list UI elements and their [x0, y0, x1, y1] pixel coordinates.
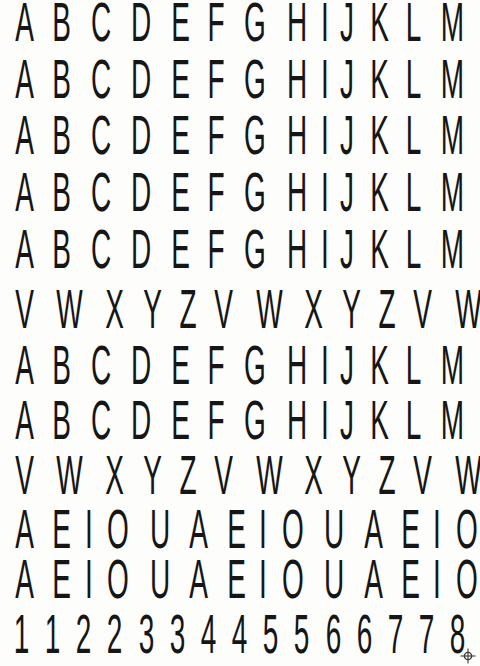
letter-glyph: M: [441, 57, 464, 101]
letter-cell: D: [121, 113, 161, 157]
letter-glyph: F: [208, 113, 225, 157]
letter-glyph: I: [433, 557, 441, 601]
letter-cell: A: [6, 57, 43, 101]
letter-glyph: I: [259, 507, 267, 551]
letter-glyph: I: [321, 398, 329, 442]
letter-glyph: E: [171, 170, 190, 214]
letter-cell: F: [199, 57, 233, 101]
letter-cell: X: [295, 287, 332, 331]
letter-cell: B: [43, 0, 80, 44]
letter-cell: I: [255, 557, 271, 601]
letter-glyph: G: [244, 343, 266, 387]
letter-cell: E: [162, 227, 199, 271]
letter-cell: E: [43, 557, 80, 601]
letter-cell: X: [96, 453, 133, 497]
letter-cell: D: [121, 227, 161, 271]
letter-glyph: M: [441, 227, 464, 271]
letter-glyph: B: [53, 398, 72, 442]
letter-glyph: X: [106, 453, 125, 497]
letter-glyph: E: [227, 557, 246, 601]
letter-glyph: I: [321, 0, 329, 44]
letter-glyph: M: [441, 343, 464, 387]
letter-glyph: 5: [294, 612, 310, 656]
letter-cell: A: [6, 398, 43, 442]
letter-glyph: A: [15, 57, 34, 101]
letter-glyph: G: [244, 227, 266, 271]
letter-cell: V: [404, 453, 441, 497]
letter-glyph: K: [370, 227, 389, 271]
letter-glyph: O: [456, 557, 478, 601]
letter-glyph: A: [364, 557, 383, 601]
letter-glyph: D: [131, 170, 151, 214]
letter-glyph: 7: [388, 612, 404, 656]
letter-glyph: O: [281, 557, 303, 601]
letter-cell: O: [445, 557, 480, 601]
letter-cell: A: [180, 507, 217, 551]
letter-glyph: D: [131, 57, 151, 101]
letter-cell: D: [121, 398, 161, 442]
letter-glyph: O: [107, 557, 129, 601]
letter-glyph: W: [455, 453, 480, 497]
letter-glyph: L: [406, 113, 422, 157]
letter-glyph: J: [340, 227, 354, 271]
letter-glyph: A: [15, 113, 34, 157]
letter-cell: J: [333, 170, 361, 214]
letter-cell: W: [442, 287, 480, 331]
letter-glyph: A: [190, 507, 209, 551]
letter-glyph: E: [171, 227, 190, 271]
letter-cell: V: [205, 453, 242, 497]
letter-cell: 4: [224, 612, 255, 656]
letter-cell: C: [81, 57, 121, 101]
letter-cell: L: [398, 343, 429, 387]
letter-cell: G: [233, 398, 277, 442]
letter-row-6: VWXYZVWXYZVWXYZVWYYY: [6, 287, 474, 331]
letter-cell: G: [233, 0, 277, 44]
letter-glyph: I: [85, 557, 93, 601]
letter-cell: M: [429, 0, 476, 44]
letter-glyph: V: [214, 453, 233, 497]
letter-glyph: K: [370, 57, 389, 101]
letter-glyph: H: [287, 398, 307, 442]
letter-row-11: AEIOUAEIOUAEIOUAEIOAEIOA: [6, 557, 474, 601]
letter-cell: L: [398, 398, 429, 442]
letter-cell: X: [96, 287, 133, 331]
letter-cell: C: [81, 170, 121, 214]
letter-glyph: F: [208, 57, 225, 101]
letter-cell: O: [445, 507, 480, 551]
letter-glyph: D: [131, 398, 151, 442]
letter-cell: E: [162, 170, 199, 214]
letter-glyph: A: [15, 557, 34, 601]
letter-glyph: Y: [143, 453, 162, 497]
letter-cell: A: [355, 507, 392, 551]
letter-cell: V: [205, 287, 242, 331]
letter-cell: O: [271, 557, 315, 601]
letter-glyph: U: [324, 557, 344, 601]
letter-cell: C: [81, 343, 121, 387]
letter-cell: B: [43, 398, 80, 442]
letter-cell: D: [121, 57, 161, 101]
letter-cell: H: [277, 0, 317, 44]
letter-glyph: E: [401, 507, 420, 551]
letter-row-1: ABCDEFGHIJKLMNÑOPQRSTU: [6, 0, 474, 44]
letter-glyph: 6: [357, 612, 373, 656]
letter-glyph: B: [53, 343, 72, 387]
letter-glyph: K: [370, 113, 389, 157]
letter-glyph: A: [15, 398, 34, 442]
letter-cell: J: [333, 113, 361, 157]
letter-cell: F: [199, 170, 233, 214]
letter-cell: H: [277, 343, 317, 387]
letter-row-12: 11223344556677889800//--: [6, 612, 474, 656]
letter-glyph: C: [91, 0, 111, 44]
letter-cell: J: [333, 227, 361, 271]
letter-cell: L: [398, 0, 429, 44]
letter-glyph: B: [53, 0, 72, 44]
letter-cell: 4: [193, 612, 224, 656]
letter-cell: M: [429, 227, 476, 271]
letter-cell: 6: [318, 612, 349, 656]
letter-cell: D: [121, 343, 161, 387]
letter-glyph: D: [131, 227, 151, 271]
letter-glyph: I: [321, 343, 329, 387]
letter-cell: Z: [370, 287, 404, 331]
letter-glyph: F: [208, 170, 225, 214]
letter-cell: G: [233, 57, 277, 101]
letter-cell: I: [255, 507, 271, 551]
letter-cell: C: [81, 398, 121, 442]
letter-cell: I: [81, 557, 97, 601]
letter-cell: V: [6, 287, 43, 331]
letter-glyph: 1: [45, 612, 61, 656]
letter-cell: A: [6, 0, 43, 44]
letter-glyph: V: [15, 453, 34, 497]
letter-cell: B: [43, 170, 80, 214]
letter-cell: W: [43, 453, 96, 497]
letter-glyph: X: [106, 287, 125, 331]
letter-glyph: K: [370, 343, 389, 387]
letter-cell: I: [429, 507, 445, 551]
letter-cell: L: [398, 113, 429, 157]
letter-row-5: ABCDEFGHIJKLMNÑOPQRSTU: [6, 227, 474, 271]
letter-cell: H: [277, 227, 317, 271]
letter-glyph: Z: [179, 287, 196, 331]
letter-glyph: M: [441, 170, 464, 214]
letter-cell: A: [6, 113, 43, 157]
letter-cell: I: [317, 57, 333, 101]
letter-cell: A: [180, 557, 217, 601]
letter-glyph: U: [324, 507, 344, 551]
letter-cell: 1: [6, 612, 37, 656]
letter-cell: Z: [171, 453, 205, 497]
letter-cell: W: [442, 453, 480, 497]
letter-glyph: B: [53, 113, 72, 157]
letter-cell: W: [243, 287, 296, 331]
letter-glyph: L: [406, 343, 422, 387]
letter-glyph: D: [131, 0, 151, 44]
letter-cell: O: [96, 507, 140, 551]
letter-glyph: D: [131, 343, 151, 387]
letter-cell: M: [429, 343, 476, 387]
letter-cell: A: [6, 170, 43, 214]
letter-glyph: C: [91, 113, 111, 157]
letter-glyph: A: [364, 507, 383, 551]
letter-glyph: E: [401, 557, 420, 601]
letter-cell: B: [43, 227, 80, 271]
letter-cell: E: [218, 557, 255, 601]
letter-glyph: A: [15, 507, 34, 551]
letter-cell: J: [333, 343, 361, 387]
letter-cell: Y: [333, 287, 370, 331]
letter-cell: U: [314, 557, 354, 601]
letter-cell: 6: [349, 612, 380, 656]
letter-cell: I: [317, 398, 333, 442]
letter-glyph: 6: [325, 612, 341, 656]
letter-cell: 5: [286, 612, 317, 656]
letter-cell: A: [355, 557, 392, 601]
letter-glyph: K: [370, 0, 389, 44]
letter-glyph: L: [406, 57, 422, 101]
letter-row-9: VWXYZVWXYZVWXYZVWYYY: [6, 453, 474, 497]
letter-cell: E: [162, 57, 199, 101]
letter-glyph: 4: [201, 612, 217, 656]
letter-cell: 7: [380, 612, 411, 656]
letter-cell: Z: [171, 287, 205, 331]
letter-glyph: J: [340, 57, 354, 101]
letter-row-7: ABCDEFGHIJKLMNÑOPQRSTU: [6, 343, 474, 387]
letter-row-4: ABCDEFGHIJKLMNÑOPQRSTU: [6, 170, 474, 214]
letter-cell: N: [476, 170, 480, 214]
letter-cell: L: [398, 227, 429, 271]
letter-cell: F: [199, 398, 233, 442]
letter-glyph: M: [441, 113, 464, 157]
letter-glyph: K: [370, 170, 389, 214]
letter-cell: 2: [68, 612, 99, 656]
letter-cell: N: [476, 343, 480, 387]
letter-cell: F: [199, 343, 233, 387]
letter-cell: C: [81, 0, 121, 44]
letter-cell: Y: [333, 453, 370, 497]
letter-cell: X: [295, 453, 332, 497]
letter-glyph: B: [53, 170, 72, 214]
letter-cell: E: [162, 113, 199, 157]
letter-glyph: X: [305, 453, 324, 497]
letter-glyph: 3: [138, 612, 154, 656]
letter-glyph: G: [244, 113, 266, 157]
letter-glyph: 2: [76, 612, 92, 656]
letter-cell: 7: [411, 612, 442, 656]
letter-glyph: W: [256, 453, 282, 497]
letter-glyph: L: [406, 170, 422, 214]
letter-cell: H: [277, 113, 317, 157]
letter-glyph: B: [53, 57, 72, 101]
letter-glyph: J: [340, 170, 354, 214]
letter-glyph: E: [227, 507, 246, 551]
letter-cell: J: [333, 57, 361, 101]
letter-glyph: A: [15, 227, 34, 271]
letter-glyph: Y: [143, 287, 162, 331]
letter-cell: M: [429, 57, 476, 101]
letter-glyph: H: [287, 57, 307, 101]
letter-glyph: H: [287, 170, 307, 214]
letter-cell: I: [317, 170, 333, 214]
letter-cell: J: [333, 398, 361, 442]
letter-glyph: Z: [379, 287, 396, 331]
letter-sheet: ABCDEFGHIJKLMNÑOPQRSTUABCDEFGHIJKLMNÑOPQ…: [0, 0, 480, 666]
letter-glyph: I: [321, 113, 329, 157]
letter-glyph: W: [57, 453, 83, 497]
letter-cell: N: [476, 113, 480, 157]
letter-glyph: G: [244, 57, 266, 101]
letter-glyph: X: [305, 287, 324, 331]
letter-glyph: V: [214, 287, 233, 331]
letter-cell: K: [361, 170, 398, 214]
letter-glyph: G: [244, 170, 266, 214]
letter-cell: N: [476, 57, 480, 101]
letter-glyph: E: [171, 0, 190, 44]
letter-cell: 3: [162, 612, 193, 656]
letter-cell: B: [43, 57, 80, 101]
letter-cell: 1: [37, 612, 68, 656]
letter-glyph: I: [433, 507, 441, 551]
letter-cell: L: [398, 170, 429, 214]
letter-cell: I: [81, 507, 97, 551]
letter-glyph: H: [287, 113, 307, 157]
letter-glyph: A: [190, 557, 209, 601]
letter-glyph: V: [414, 287, 433, 331]
letter-glyph: A: [15, 170, 34, 214]
letter-cell: M: [429, 170, 476, 214]
letter-glyph: D: [131, 113, 151, 157]
letter-glyph: W: [455, 287, 480, 331]
letter-cell: E: [162, 343, 199, 387]
letter-cell: A: [6, 343, 43, 387]
letter-cell: O: [271, 507, 315, 551]
letter-cell: A: [6, 557, 43, 601]
letter-glyph: H: [287, 343, 307, 387]
letter-glyph: I: [259, 557, 267, 601]
letter-cell: 8: [473, 612, 480, 656]
letter-cell: G: [233, 227, 277, 271]
letter-glyph: H: [287, 227, 307, 271]
letter-glyph: O: [107, 507, 129, 551]
letter-glyph: F: [208, 398, 225, 442]
letter-glyph: F: [208, 227, 225, 271]
letter-glyph: J: [340, 113, 354, 157]
letter-glyph: 4: [232, 612, 248, 656]
letter-cell: A: [6, 227, 43, 271]
letter-cell: H: [277, 57, 317, 101]
letter-cell: N: [476, 227, 480, 271]
letter-cell: K: [361, 57, 398, 101]
letter-cell: K: [361, 398, 398, 442]
letter-glyph: C: [91, 398, 111, 442]
letter-glyph: C: [91, 343, 111, 387]
letter-glyph: I: [85, 507, 93, 551]
letter-glyph: C: [91, 170, 111, 214]
letter-cell: D: [121, 170, 161, 214]
letter-cell: E: [392, 507, 429, 551]
letter-cell: 3: [131, 612, 162, 656]
letter-glyph: C: [91, 57, 111, 101]
letter-row-3: ABCDEFGHIJKLMNÑOPQRSTU: [6, 113, 474, 157]
letter-glyph: E: [171, 343, 190, 387]
letter-glyph: J: [340, 398, 354, 442]
letter-glyph: O: [456, 507, 478, 551]
letter-glyph: W: [256, 287, 282, 331]
letter-cell: E: [162, 0, 199, 44]
letter-cell: Y: [134, 287, 171, 331]
letter-glyph: E: [53, 507, 72, 551]
letter-cell: I: [317, 343, 333, 387]
letter-glyph: A: [15, 0, 34, 44]
letter-glyph: E: [171, 398, 190, 442]
letter-glyph: 5: [263, 612, 279, 656]
letter-glyph: I: [321, 227, 329, 271]
letter-cell: W: [243, 453, 296, 497]
letter-cell: F: [199, 113, 233, 157]
letter-glyph: V: [15, 287, 34, 331]
letter-cell: V: [6, 453, 43, 497]
letter-glyph: B: [53, 227, 72, 271]
letter-cell: 5: [255, 612, 286, 656]
letter-cell: D: [121, 0, 161, 44]
letter-cell: I: [317, 0, 333, 44]
letter-cell: E: [218, 507, 255, 551]
letter-cell: K: [361, 0, 398, 44]
letter-cell: K: [361, 227, 398, 271]
letter-cell: K: [361, 113, 398, 157]
letter-glyph: L: [406, 0, 422, 44]
letter-cell: C: [81, 227, 121, 271]
letter-glyph: F: [208, 0, 225, 44]
letter-row-10: AEIOUAEIOUAEIOUAEIOAEIOA: [6, 507, 474, 551]
letter-cell: U: [140, 507, 180, 551]
letter-cell: U: [314, 507, 354, 551]
letter-cell: A: [6, 507, 43, 551]
letter-glyph: Z: [179, 453, 196, 497]
letter-glyph: U: [150, 557, 170, 601]
letter-glyph: 2: [107, 612, 123, 656]
letter-cell: H: [277, 398, 317, 442]
letter-glyph: E: [171, 113, 190, 157]
letter-cell: O: [96, 557, 140, 601]
letter-cell: K: [361, 343, 398, 387]
letter-cell: 2: [99, 612, 130, 656]
letter-cell: V: [404, 287, 441, 331]
letter-glyph: I: [321, 57, 329, 101]
letter-cell: G: [233, 113, 277, 157]
letter-cell: U: [140, 557, 180, 601]
letter-glyph: 7: [419, 612, 435, 656]
letter-cell: G: [233, 170, 277, 214]
letter-cell: I: [317, 113, 333, 157]
letter-glyph: L: [406, 227, 422, 271]
letter-glyph: E: [171, 57, 190, 101]
letter-cell: G: [233, 343, 277, 387]
letter-cell: M: [429, 113, 476, 157]
letter-glyph: Z: [379, 453, 396, 497]
letter-glyph: C: [91, 227, 111, 271]
letter-row-8: ABCDEFGHIJKLMNÑOPQRSTU: [6, 398, 474, 442]
letter-cell: B: [43, 113, 80, 157]
letter-cell: 8: [442, 612, 473, 656]
letter-glyph: L: [406, 398, 422, 442]
letter-glyph: U: [150, 507, 170, 551]
letter-cell: F: [199, 0, 233, 44]
letter-cell: J: [333, 0, 361, 44]
